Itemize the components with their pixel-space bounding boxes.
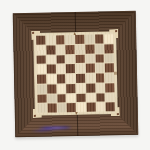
square-e5 — [76, 64, 85, 73]
seam-mark-bottom — [75, 112, 78, 115]
square-f8 — [85, 35, 94, 44]
square-a6 — [37, 55, 46, 64]
square-g8 — [95, 34, 104, 43]
square-b4 — [47, 74, 56, 83]
square-h6 — [105, 54, 114, 63]
square-d4 — [66, 74, 75, 83]
board-inner-border — [33, 31, 118, 116]
square-d1 — [67, 103, 76, 112]
square-g4 — [95, 73, 104, 82]
square-a5 — [37, 65, 46, 74]
square-e2 — [76, 93, 85, 102]
square-c1 — [57, 103, 66, 112]
square-c2 — [57, 94, 66, 103]
square-f1 — [86, 103, 95, 112]
square-a3 — [37, 84, 46, 93]
square-c5 — [56, 64, 65, 73]
square-e7 — [75, 45, 84, 54]
square-c7 — [56, 45, 65, 54]
square-h3 — [105, 83, 114, 92]
square-a4 — [37, 75, 46, 84]
board-frame — [13, 11, 139, 138]
square-h5 — [105, 63, 114, 72]
seam-mark-right — [114, 71, 117, 74]
square-b7 — [46, 45, 55, 54]
square-c6 — [56, 55, 65, 64]
square-b6 — [46, 55, 55, 64]
square-f6 — [85, 54, 94, 63]
square-b5 — [47, 65, 56, 74]
chess-board — [13, 11, 139, 138]
square-c8 — [56, 35, 65, 44]
square-b8 — [46, 35, 55, 44]
square-e4 — [76, 74, 85, 83]
square-d8 — [65, 35, 74, 44]
blue-watermark — [30, 124, 74, 134]
square-a1 — [38, 104, 47, 113]
square-g3 — [96, 83, 105, 92]
square-e8 — [75, 35, 84, 44]
square-b3 — [47, 84, 56, 93]
square-h8 — [104, 34, 113, 43]
square-b2 — [47, 94, 56, 103]
square-h4 — [105, 73, 114, 82]
square-e3 — [76, 84, 85, 93]
board-grid — [36, 34, 115, 113]
square-g7 — [95, 44, 104, 53]
square-g2 — [96, 93, 105, 102]
square-f5 — [86, 64, 95, 73]
square-f4 — [86, 74, 95, 83]
square-e6 — [76, 54, 85, 63]
square-f2 — [86, 93, 95, 102]
square-h1 — [106, 102, 115, 111]
square-c3 — [57, 84, 66, 93]
square-d7 — [66, 45, 75, 54]
square-a7 — [36, 45, 45, 54]
square-d5 — [66, 64, 75, 73]
square-b1 — [47, 104, 56, 113]
square-g1 — [96, 103, 105, 112]
square-h7 — [105, 44, 114, 53]
square-f7 — [85, 44, 94, 53]
square-h2 — [106, 93, 115, 102]
square-g5 — [95, 64, 104, 73]
square-g6 — [95, 54, 104, 63]
photo-background — [0, 0, 150, 150]
square-a8 — [36, 36, 45, 45]
square-a2 — [37, 94, 46, 103]
square-d6 — [66, 55, 75, 64]
square-d3 — [66, 84, 75, 93]
square-c4 — [57, 74, 66, 83]
square-f3 — [86, 83, 95, 92]
watermark-stroke — [30, 129, 56, 132]
square-e1 — [77, 103, 86, 112]
square-d2 — [67, 94, 76, 103]
